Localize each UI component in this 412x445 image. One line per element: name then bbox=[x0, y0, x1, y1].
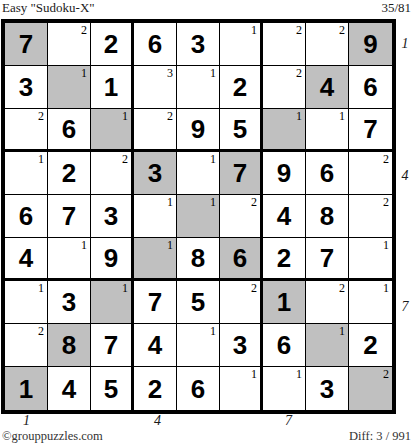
pencil-mark: 1 bbox=[251, 368, 257, 380]
pencil-mark: 1 bbox=[167, 196, 173, 208]
given-digit: 6 bbox=[191, 376, 205, 402]
pencil-mark: 2 bbox=[383, 153, 389, 165]
header: Easy "Sudoku-X" 35/81 bbox=[2, 1, 411, 15]
row-label-7: 7 bbox=[399, 300, 411, 314]
col-label-1: 1 bbox=[5, 414, 48, 428]
pencil-mark: 1 bbox=[38, 282, 44, 294]
pencil-mark: 2 bbox=[339, 24, 345, 36]
cell-r1c3[interactable]: 2 bbox=[91, 23, 134, 66]
cell-r5c9[interactable]: 2 bbox=[349, 195, 392, 238]
cell-r4c2[interactable]: 2 bbox=[48, 152, 91, 195]
pencil-mark: 1 bbox=[210, 67, 216, 79]
pencil-mark: 1 bbox=[81, 239, 87, 251]
cell-r3c9[interactable]: 7 bbox=[349, 109, 392, 152]
given-digit: 5 bbox=[233, 116, 247, 142]
given-digit: 3 bbox=[191, 31, 205, 57]
pencil-mark: 1 bbox=[167, 239, 173, 251]
cell-r6c7[interactable]: 2 bbox=[263, 238, 306, 281]
cell-r9c1[interactable]: 1 bbox=[5, 367, 48, 410]
given-digit: 4 bbox=[62, 376, 76, 402]
given-digit: 3 bbox=[62, 289, 76, 315]
pencil-mark: 2 bbox=[383, 368, 389, 380]
given-digit: 3 bbox=[104, 203, 118, 229]
cell-r8c2[interactable]: 8 bbox=[48, 324, 91, 367]
given-digit: 9 bbox=[277, 160, 291, 186]
cell-r7c3[interactable]: 1 bbox=[91, 281, 134, 324]
cell-r7c9[interactable]: 1 bbox=[349, 281, 392, 324]
given-digit: 7 bbox=[233, 160, 247, 186]
cell-r6c3[interactable]: 9 bbox=[91, 238, 134, 281]
given-digit: 2 bbox=[277, 245, 291, 271]
pencil-mark: 1 bbox=[38, 153, 44, 165]
cell-r2c4[interactable]: 3 bbox=[134, 66, 177, 109]
sudoku-page: Easy "Sudoku-X" 35/81 722631229311312246… bbox=[0, 0, 412, 445]
pencil-mark: 1 bbox=[383, 282, 389, 294]
given-digit: 5 bbox=[104, 376, 118, 402]
cell-r9c7[interactable]: 1 bbox=[263, 367, 306, 410]
cell-r4c5[interactable]: 1 bbox=[177, 152, 220, 195]
cell-r1c1[interactable]: 7 bbox=[5, 23, 48, 66]
pencil-mark: 1 bbox=[210, 325, 216, 337]
cell-r4c1[interactable]: 1 bbox=[5, 152, 48, 195]
cell-r3c7[interactable]: 1 bbox=[263, 109, 306, 152]
cell-r9c9[interactable]: 2 bbox=[349, 367, 392, 410]
pencil-mark: 2 bbox=[383, 196, 389, 208]
cell-r6c8[interactable]: 7 bbox=[306, 238, 349, 281]
pencil-mark: 1 bbox=[210, 153, 216, 165]
cell-r5c2[interactable]: 7 bbox=[48, 195, 91, 238]
pencil-mark: 2 bbox=[122, 153, 128, 165]
given-digit: 1 bbox=[19, 376, 33, 402]
cell-r8c1[interactable]: 2 bbox=[5, 324, 48, 367]
cell-r2c3[interactable]: 1 bbox=[91, 66, 134, 109]
cell-r9c8[interactable]: 3 bbox=[306, 367, 349, 410]
cell-r1c7[interactable]: 2 bbox=[263, 23, 306, 66]
given-digit: 6 bbox=[277, 332, 291, 358]
given-digit: 6 bbox=[19, 203, 33, 229]
pencil-mark: 1 bbox=[296, 368, 302, 380]
cell-r7c5[interactable]: 5 bbox=[177, 281, 220, 324]
cell-r4c8[interactable]: 6 bbox=[306, 152, 349, 195]
pencil-mark: 2 bbox=[251, 196, 257, 208]
given-digit: 9 bbox=[191, 116, 205, 142]
difficulty-text: Diff: 3 / 991 bbox=[349, 430, 411, 444]
cell-r9c6[interactable]: 1 bbox=[220, 367, 263, 410]
cell-r8c6[interactable]: 3 bbox=[220, 324, 263, 367]
cell-r4c4[interactable]: 3 bbox=[134, 152, 177, 195]
cell-r2c1[interactable]: 3 bbox=[5, 66, 48, 109]
copyright-text: ©grouppuzzles.com bbox=[2, 430, 103, 444]
pencil-mark: 1 bbox=[383, 239, 389, 251]
pencil-mark: 2 bbox=[339, 282, 345, 294]
pencil-mark: 2 bbox=[81, 24, 87, 36]
pencil-mark: 2 bbox=[296, 24, 302, 36]
cell-r6c9[interactable]: 1 bbox=[349, 238, 392, 281]
cell-r4c6[interactable]: 7 bbox=[220, 152, 263, 195]
puzzle-counter: 35/81 bbox=[381, 1, 411, 15]
row-label-1: 1 bbox=[399, 37, 411, 51]
cell-r2c2[interactable]: 1 bbox=[48, 66, 91, 109]
cell-r6c1[interactable]: 4 bbox=[5, 238, 48, 281]
given-digit: 3 bbox=[320, 376, 334, 402]
given-digit: 6 bbox=[148, 31, 162, 57]
cell-r3c2[interactable]: 6 bbox=[48, 109, 91, 152]
cell-r4c7[interactable]: 9 bbox=[263, 152, 306, 195]
pencil-mark: 2 bbox=[38, 110, 44, 122]
cell-r7c1[interactable]: 1 bbox=[5, 281, 48, 324]
cell-r5c5[interactable]: 1 bbox=[177, 195, 220, 238]
given-digit: 4 bbox=[320, 74, 334, 100]
given-digit: 2 bbox=[104, 31, 118, 57]
cell-r7c8[interactable]: 2 bbox=[306, 281, 349, 324]
cell-r4c9[interactable]: 2 bbox=[349, 152, 392, 195]
cell-r7c7[interactable]: 1 bbox=[263, 281, 306, 324]
cell-r5c7[interactable]: 4 bbox=[263, 195, 306, 238]
cell-r5c4[interactable]: 1 bbox=[134, 195, 177, 238]
cell-r9c5[interactable]: 6 bbox=[177, 367, 220, 410]
cell-r5c1[interactable]: 6 bbox=[5, 195, 48, 238]
given-digit: 2 bbox=[233, 74, 247, 100]
given-digit: 7 bbox=[104, 332, 118, 358]
cell-r9c3[interactable]: 5 bbox=[91, 367, 134, 410]
cell-r7c2[interactable]: 3 bbox=[48, 281, 91, 324]
cell-r2c5[interactable]: 1 bbox=[177, 66, 220, 109]
given-digit: 7 bbox=[148, 289, 162, 315]
pencil-mark: 1 bbox=[81, 67, 87, 79]
cell-r1c5[interactable]: 3 bbox=[177, 23, 220, 66]
cell-r7c6[interactable]: 2 bbox=[220, 281, 263, 324]
cell-r1c6[interactable]: 1 bbox=[220, 23, 263, 66]
cell-r2c6[interactable]: 2 bbox=[220, 66, 263, 109]
pencil-mark: 1 bbox=[339, 325, 345, 337]
pencil-mark: 1 bbox=[210, 196, 216, 208]
cell-r2c8[interactable]: 4 bbox=[306, 66, 349, 109]
given-digit: 4 bbox=[277, 203, 291, 229]
given-digit: 3 bbox=[148, 160, 162, 186]
given-digit: 6 bbox=[233, 245, 247, 271]
cell-r8c3[interactable]: 7 bbox=[91, 324, 134, 367]
cell-r7c4[interactable]: 7 bbox=[134, 281, 177, 324]
given-digit: 8 bbox=[191, 245, 205, 271]
given-digit: 7 bbox=[320, 245, 334, 271]
given-digit: 3 bbox=[19, 74, 33, 100]
given-digit: 2 bbox=[363, 332, 377, 358]
pencil-mark: 2 bbox=[38, 325, 44, 337]
given-digit: 1 bbox=[277, 289, 291, 315]
pencil-mark: 2 bbox=[296, 67, 302, 79]
cell-r6c6[interactable]: 6 bbox=[220, 238, 263, 281]
col-label-7: 7 bbox=[267, 414, 310, 428]
sudoku-board: 7226312293113122462612951171223179626731… bbox=[1, 19, 396, 414]
pencil-mark: 2 bbox=[251, 282, 257, 294]
cell-r3c4[interactable]: 2 bbox=[134, 109, 177, 152]
cell-r3c8[interactable]: 1 bbox=[306, 109, 349, 152]
cell-r3c6[interactable]: 5 bbox=[220, 109, 263, 152]
pencil-mark: 1 bbox=[122, 110, 128, 122]
given-digit: 4 bbox=[19, 245, 33, 271]
given-digit: 8 bbox=[62, 332, 76, 358]
cell-r1c8[interactable]: 2 bbox=[306, 23, 349, 66]
given-digit: 6 bbox=[363, 74, 377, 100]
given-digit: 9 bbox=[104, 245, 118, 271]
cell-r2c7[interactable]: 2 bbox=[263, 66, 306, 109]
given-digit: 4 bbox=[148, 332, 162, 358]
page-title: Easy "Sudoku-X" bbox=[2, 1, 95, 15]
cell-r4c3[interactable]: 2 bbox=[91, 152, 134, 195]
cell-r1c9[interactable]: 9 bbox=[349, 23, 392, 66]
given-digit: 9 bbox=[363, 31, 377, 57]
given-digit: 2 bbox=[62, 160, 76, 186]
pencil-mark: 3 bbox=[167, 67, 173, 79]
cell-r1c2[interactable]: 2 bbox=[48, 23, 91, 66]
cell-r3c1[interactable]: 2 bbox=[5, 109, 48, 152]
cell-r8c8[interactable]: 1 bbox=[306, 324, 349, 367]
cell-r6c2[interactable]: 1 bbox=[48, 238, 91, 281]
cell-r8c4[interactable]: 4 bbox=[134, 324, 177, 367]
cell-r6c4[interactable]: 1 bbox=[134, 238, 177, 281]
given-digit: 5 bbox=[191, 289, 205, 315]
given-digit: 6 bbox=[62, 116, 76, 142]
cell-r9c4[interactable]: 2 bbox=[134, 367, 177, 410]
cell-r3c3[interactable]: 1 bbox=[91, 109, 134, 152]
cell-r6c5[interactable]: 8 bbox=[177, 238, 220, 281]
cell-r1c4[interactable]: 6 bbox=[134, 23, 177, 66]
given-digit: 8 bbox=[320, 203, 334, 229]
pencil-mark: 1 bbox=[296, 110, 302, 122]
given-digit: 1 bbox=[104, 74, 118, 100]
given-digit: 7 bbox=[363, 116, 377, 142]
pencil-mark: 1 bbox=[339, 110, 345, 122]
given-digit: 3 bbox=[233, 332, 247, 358]
given-digit: 6 bbox=[320, 160, 334, 186]
cell-r5c3[interactable]: 3 bbox=[91, 195, 134, 238]
given-digit: 7 bbox=[62, 203, 76, 229]
cell-r8c7[interactable]: 6 bbox=[263, 324, 306, 367]
pencil-mark: 1 bbox=[122, 282, 128, 294]
row-label-4: 4 bbox=[399, 169, 411, 183]
cell-r3c5[interactable]: 9 bbox=[177, 109, 220, 152]
cell-r5c6[interactable]: 2 bbox=[220, 195, 263, 238]
cell-r8c5[interactable]: 1 bbox=[177, 324, 220, 367]
cell-r8c9[interactable]: 2 bbox=[349, 324, 392, 367]
cell-r5c8[interactable]: 8 bbox=[306, 195, 349, 238]
col-label-4: 4 bbox=[136, 414, 179, 428]
given-digit: 2 bbox=[148, 376, 162, 402]
pencil-mark: 1 bbox=[251, 24, 257, 36]
cell-r2c9[interactable]: 6 bbox=[349, 66, 392, 109]
pencil-mark: 2 bbox=[167, 110, 173, 122]
footer: ©grouppuzzles.com Diff: 3 / 991 bbox=[2, 430, 411, 444]
cell-r9c2[interactable]: 4 bbox=[48, 367, 91, 410]
given-digit: 7 bbox=[19, 31, 33, 57]
